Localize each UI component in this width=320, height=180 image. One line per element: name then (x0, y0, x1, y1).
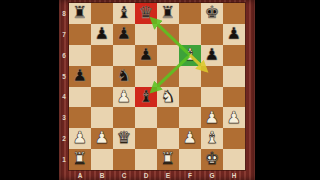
square-d5[interactable] (135, 66, 157, 87)
square-f3[interactable] (179, 107, 201, 128)
square-d3[interactable] (135, 107, 157, 128)
square-g5[interactable] (201, 66, 223, 87)
rank-label-2: 2 (59, 128, 69, 149)
square-g3[interactable]: ♟ (201, 107, 223, 128)
rank-labels: 87654321 (59, 3, 69, 170)
square-a8[interactable]: ♜ (69, 3, 91, 24)
piece-white-pawn[interactable]: ♟ (117, 88, 132, 105)
square-h4[interactable] (223, 87, 245, 108)
square-b4[interactable] (91, 87, 113, 108)
file-labels: ABCDEFGH (69, 170, 245, 180)
piece-white-knight[interactable]: ♞ (161, 88, 176, 105)
square-f1[interactable] (179, 149, 201, 170)
rank-label-3: 3 (59, 107, 69, 128)
square-b7[interactable]: ♟ (91, 24, 113, 45)
square-g4[interactable] (201, 87, 223, 108)
square-c4[interactable]: ♟ (113, 87, 135, 108)
file-label-b: B (91, 170, 113, 180)
rank-label-7: 7 (59, 24, 69, 45)
square-c7[interactable]: ♟ (113, 24, 135, 45)
piece-black-pawn[interactable]: ♟ (205, 46, 220, 63)
file-label-d: D (135, 170, 157, 180)
square-h7[interactable]: ♟ (223, 24, 245, 45)
square-f2[interactable]: ♟ (179, 128, 201, 149)
square-d8[interactable]: ♛ (135, 3, 157, 24)
square-g8[interactable]: ♚ (201, 3, 223, 24)
piece-black-rook[interactable]: ♜ (73, 5, 88, 22)
square-c3[interactable] (113, 107, 135, 128)
square-c8[interactable]: ♝ (113, 3, 135, 24)
square-f6[interactable]: ♝ (179, 45, 201, 66)
square-a2[interactable]: ♟ (69, 128, 91, 149)
square-b1[interactable] (91, 149, 113, 170)
square-e5[interactable] (157, 66, 179, 87)
piece-black-pawn[interactable]: ♟ (139, 46, 154, 63)
square-g2[interactable]: ♝ (201, 128, 223, 149)
square-e4[interactable]: ♞ (157, 87, 179, 108)
square-c2[interactable]: ♛ (113, 128, 135, 149)
piece-white-bishop[interactable]: ♝ (205, 130, 220, 147)
square-b5[interactable] (91, 66, 113, 87)
rank-label-1: 1 (59, 149, 69, 170)
piece-white-bishop[interactable]: ♝ (183, 46, 198, 63)
square-d1[interactable] (135, 149, 157, 170)
square-d6[interactable]: ♟ (135, 45, 157, 66)
square-g7[interactable] (201, 24, 223, 45)
piece-white-queen[interactable]: ♛ (117, 130, 132, 147)
square-f7[interactable] (179, 24, 201, 45)
square-h8[interactable] (223, 3, 245, 24)
piece-black-queen[interactable]: ♛ (139, 5, 154, 22)
piece-black-pawn[interactable]: ♟ (73, 67, 88, 84)
chess-board-frame: 87654321 ABCDEFGH ♜♝♛♜♚♟♟♟♟♝♟♟♞♟♝♞♟♟♟♟♛♟… (59, 0, 255, 180)
piece-white-pawn[interactable]: ♟ (205, 109, 220, 126)
piece-black-pawn[interactable]: ♟ (117, 26, 132, 43)
square-h2[interactable] (223, 128, 245, 149)
square-b3[interactable] (91, 107, 113, 128)
file-label-g: G (201, 170, 223, 180)
square-c1[interactable] (113, 149, 135, 170)
square-a5[interactable]: ♟ (69, 66, 91, 87)
video-frame-background: 87654321 ABCDEFGH ♜♝♛♜♚♟♟♟♟♝♟♟♞♟♝♞♟♟♟♟♛♟… (0, 0, 320, 180)
square-e7[interactable] (157, 24, 179, 45)
piece-black-pawn[interactable]: ♟ (227, 26, 242, 43)
file-label-c: C (113, 170, 135, 180)
rank-label-4: 4 (59, 87, 69, 108)
square-f5[interactable] (179, 66, 201, 87)
piece-black-king[interactable]: ♚ (205, 5, 220, 22)
chess-board: ♜♝♛♜♚♟♟♟♟♝♟♟♞♟♝♞♟♟♟♟♛♟♝♜♜♚ (69, 3, 245, 170)
file-label-a: A (69, 170, 91, 180)
square-a4[interactable] (69, 87, 91, 108)
piece-black-knight[interactable]: ♞ (117, 67, 132, 84)
square-e6[interactable] (157, 45, 179, 66)
square-f4[interactable] (179, 87, 201, 108)
square-a1[interactable]: ♜ (69, 149, 91, 170)
square-e8[interactable]: ♜ (157, 3, 179, 24)
square-c6[interactable] (113, 45, 135, 66)
square-b8[interactable] (91, 3, 113, 24)
square-h3[interactable]: ♟ (223, 107, 245, 128)
square-f8[interactable] (179, 3, 201, 24)
file-label-f: F (179, 170, 201, 180)
square-g6[interactable]: ♟ (201, 45, 223, 66)
square-b6[interactable] (91, 45, 113, 66)
piece-white-king[interactable]: ♚ (205, 151, 220, 168)
rank-label-8: 8 (59, 3, 69, 24)
rank-label-6: 6 (59, 45, 69, 66)
square-h1[interactable] (223, 149, 245, 170)
piece-white-rook[interactable]: ♜ (161, 151, 176, 168)
piece-white-pawn[interactable]: ♟ (183, 130, 198, 147)
square-c5[interactable]: ♞ (113, 66, 135, 87)
square-e2[interactable] (157, 128, 179, 149)
piece-white-pawn[interactable]: ♟ (95, 130, 110, 147)
square-a6[interactable] (69, 45, 91, 66)
square-g1[interactable]: ♚ (201, 149, 223, 170)
rank-label-5: 5 (59, 66, 69, 87)
square-e1[interactable]: ♜ (157, 149, 179, 170)
square-a3[interactable] (69, 107, 91, 128)
square-e3[interactable] (157, 107, 179, 128)
piece-black-pawn[interactable]: ♟ (95, 26, 110, 43)
square-h6[interactable] (223, 45, 245, 66)
piece-white-pawn[interactable]: ♟ (73, 130, 88, 147)
piece-white-rook[interactable]: ♜ (73, 151, 88, 168)
piece-white-pawn[interactable]: ♟ (227, 109, 242, 126)
square-d2[interactable] (135, 128, 157, 149)
square-d4[interactable]: ♝ (135, 87, 157, 108)
square-b2[interactable]: ♟ (91, 128, 113, 149)
square-d7[interactable] (135, 24, 157, 45)
piece-black-rook[interactable]: ♜ (161, 5, 176, 22)
file-label-h: H (223, 170, 245, 180)
square-h5[interactable] (223, 66, 245, 87)
piece-black-bishop[interactable]: ♝ (117, 5, 132, 22)
square-a7[interactable] (69, 24, 91, 45)
piece-black-bishop[interactable]: ♝ (139, 88, 154, 105)
file-label-e: E (157, 170, 179, 180)
